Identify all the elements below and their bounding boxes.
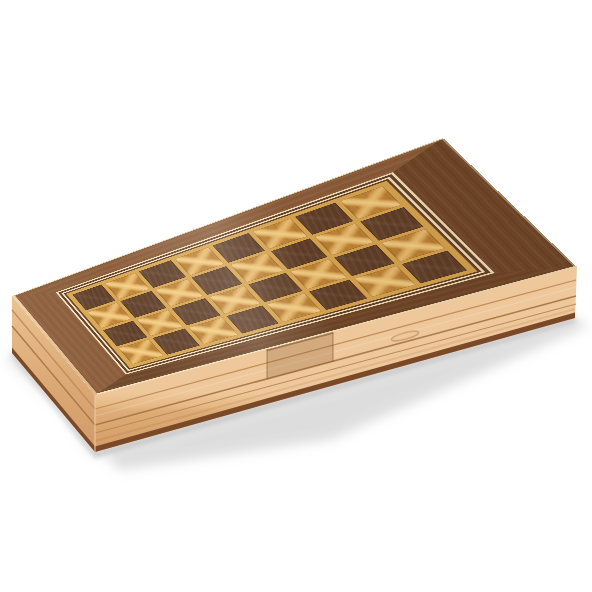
product-photo-scene	[0, 0, 592, 592]
